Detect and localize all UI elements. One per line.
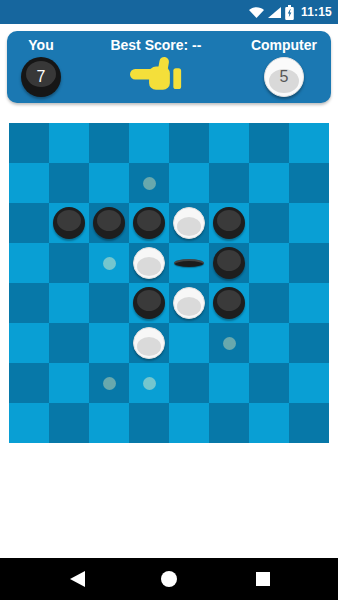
cell-r6c6[interactable] xyxy=(249,363,289,403)
cell-r7c1[interactable] xyxy=(49,403,89,443)
cell-r6c4[interactable] xyxy=(169,363,209,403)
cell-r4c1[interactable] xyxy=(49,283,89,323)
cell-r4c3[interactable] xyxy=(129,283,169,323)
cell-r5c2[interactable] xyxy=(89,323,129,363)
cell-r7c7[interactable] xyxy=(289,403,329,443)
cell-r0c6[interactable] xyxy=(249,123,289,163)
cell-r7c6[interactable] xyxy=(249,403,289,443)
battery-charging-icon xyxy=(285,5,294,20)
black-disc xyxy=(213,247,245,279)
cell-r6c7[interactable] xyxy=(289,363,329,403)
cell-r0c3[interactable] xyxy=(129,123,169,163)
cell-r6c0[interactable] xyxy=(9,363,49,403)
best-score-label: Best Score: -- xyxy=(110,37,201,53)
recents-button[interactable] xyxy=(256,572,270,586)
cell-r2c5[interactable] xyxy=(209,203,249,243)
status-time: 11:15 xyxy=(301,5,332,19)
cell-r0c4[interactable] xyxy=(169,123,209,163)
black-disc xyxy=(53,207,85,239)
you-score: 7 xyxy=(37,68,46,86)
cell-r2c6[interactable] xyxy=(249,203,289,243)
cell-r2c1[interactable] xyxy=(49,203,89,243)
cell-r2c7[interactable] xyxy=(289,203,329,243)
cell-r3c4[interactable] xyxy=(169,243,209,283)
status-icons: 11:15 xyxy=(249,5,332,20)
hint-dot xyxy=(143,177,156,190)
hint-dot xyxy=(223,337,236,350)
cell-r6c5[interactable] xyxy=(209,363,249,403)
hint-dot xyxy=(143,377,156,390)
cell-r0c7[interactable] xyxy=(289,123,329,163)
back-button[interactable] xyxy=(70,571,85,587)
wifi-icon xyxy=(249,7,264,18)
cell-r2c2[interactable] xyxy=(89,203,129,243)
cell-r5c4[interactable] xyxy=(169,323,209,363)
cell-r1c3[interactable] xyxy=(129,163,169,203)
cell-r1c6[interactable] xyxy=(249,163,289,203)
you-label: You xyxy=(28,37,53,53)
cell-r3c3[interactable] xyxy=(129,243,169,283)
white-disc xyxy=(133,247,165,279)
cell-r5c1[interactable] xyxy=(49,323,89,363)
cell-r6c2[interactable] xyxy=(89,363,129,403)
cell-r1c7[interactable] xyxy=(289,163,329,203)
hand-pointing-left-icon xyxy=(130,56,182,96)
cell-r1c1[interactable] xyxy=(49,163,89,203)
white-disc xyxy=(173,207,205,239)
best-score-panel: Best Score: -- xyxy=(110,37,201,103)
cell-r3c1[interactable] xyxy=(49,243,89,283)
white-disc xyxy=(133,327,165,359)
cell-r0c2[interactable] xyxy=(89,123,129,163)
cell-r4c2[interactable] xyxy=(89,283,129,323)
cell-r3c0[interactable] xyxy=(9,243,49,283)
computer-label: Computer xyxy=(251,37,317,53)
board xyxy=(9,123,329,443)
status-bar: 11:15 xyxy=(0,0,338,24)
cell-r2c3[interactable] xyxy=(129,203,169,243)
cell-r7c4[interactable] xyxy=(169,403,209,443)
cell-r4c5[interactable] xyxy=(209,283,249,323)
hint-dot xyxy=(103,257,116,270)
black-disc xyxy=(213,207,245,239)
cell-r7c0[interactable] xyxy=(9,403,49,443)
scoreboard: You 7 Best Score: -- Computer 5 xyxy=(7,31,331,103)
cell-r5c0[interactable] xyxy=(9,323,49,363)
cell-r2c0[interactable] xyxy=(9,203,49,243)
computer-panel: Computer 5 xyxy=(251,37,317,103)
cell-r5c6[interactable] xyxy=(249,323,289,363)
cell-r5c5[interactable] xyxy=(209,323,249,363)
you-score-disc: 7 xyxy=(21,57,61,97)
cell-r3c6[interactable] xyxy=(249,243,289,283)
cell-r4c7[interactable] xyxy=(289,283,329,323)
computer-score-disc: 5 xyxy=(264,57,304,97)
cell-r1c4[interactable] xyxy=(169,163,209,203)
cell-r7c3[interactable] xyxy=(129,403,169,443)
computer-score: 5 xyxy=(279,68,288,86)
cell-r3c7[interactable] xyxy=(289,243,329,283)
cell-r0c0[interactable] xyxy=(9,123,49,163)
cell-r5c7[interactable] xyxy=(289,323,329,363)
black-disc xyxy=(213,287,245,319)
cell-r1c2[interactable] xyxy=(89,163,129,203)
cell-r0c5[interactable] xyxy=(209,123,249,163)
app-screen: 11:15 You 7 Best Score: -- Computer xyxy=(0,0,338,600)
you-panel: You 7 xyxy=(21,37,61,103)
cell-r1c5[interactable] xyxy=(209,163,249,203)
cell-r5c3[interactable] xyxy=(129,323,169,363)
cell-r7c2[interactable] xyxy=(89,403,129,443)
cell-r0c1[interactable] xyxy=(49,123,89,163)
cell-r3c2[interactable] xyxy=(89,243,129,283)
cell-r7c5[interactable] xyxy=(209,403,249,443)
cell-r3c5[interactable] xyxy=(209,243,249,283)
signal-icon xyxy=(268,7,281,18)
black-disc xyxy=(93,207,125,239)
home-button[interactable] xyxy=(161,571,177,587)
flipping-disc xyxy=(174,259,204,267)
cell-r1c0[interactable] xyxy=(9,163,49,203)
cell-r4c0[interactable] xyxy=(9,283,49,323)
hint-dot xyxy=(103,377,116,390)
nav-bar xyxy=(0,558,338,600)
cell-r4c6[interactable] xyxy=(249,283,289,323)
white-disc xyxy=(173,287,205,319)
black-disc xyxy=(133,287,165,319)
cell-r2c4[interactable] xyxy=(169,203,209,243)
cell-r6c1[interactable] xyxy=(49,363,89,403)
cell-r4c4[interactable] xyxy=(169,283,209,323)
cell-r6c3[interactable] xyxy=(129,363,169,403)
black-disc xyxy=(133,207,165,239)
